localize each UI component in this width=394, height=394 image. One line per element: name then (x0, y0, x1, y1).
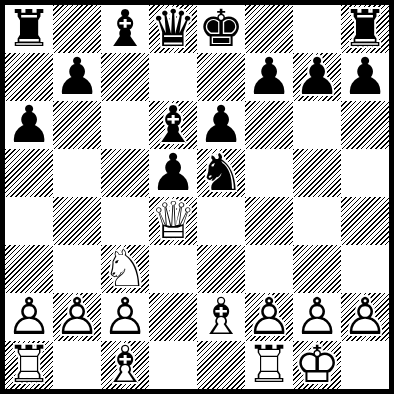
square-f1[interactable]: ♜♖ (245, 341, 293, 389)
black-pawn-icon[interactable]: ♟♟ (341, 53, 389, 101)
square-b2[interactable]: ♟♙ (53, 293, 101, 341)
piece-glyph-layer: ♟ (341, 53, 389, 101)
white-bishop-icon[interactable]: ♝♗ (101, 341, 149, 389)
black-pawn-icon[interactable]: ♟♟ (5, 101, 53, 149)
square-e3[interactable] (197, 245, 245, 293)
piece-glyph-layer: ♙ (293, 293, 341, 341)
piece-glyph-layer: ♙ (245, 293, 293, 341)
piece-glyph-layer: ♜ (341, 5, 389, 53)
white-pawn-icon[interactable]: ♟♙ (341, 293, 389, 341)
square-c4[interactable] (101, 197, 149, 245)
piece-glyph-layer: ♟ (149, 149, 197, 197)
square-f8[interactable] (245, 5, 293, 53)
piece-glyph-layer: ♜ (5, 5, 53, 53)
black-knight-icon[interactable]: ♞♞ (197, 149, 245, 197)
square-e8[interactable]: ♚♚ (197, 5, 245, 53)
square-e4[interactable] (197, 197, 245, 245)
black-pawn-icon[interactable]: ♟♟ (53, 53, 101, 101)
piece-glyph-layer: ♖ (5, 341, 53, 389)
square-h7[interactable]: ♟♟ (341, 53, 389, 101)
piece-glyph-layer: ♚ (197, 5, 245, 53)
square-d4[interactable]: ♛♕ (149, 197, 197, 245)
piece-glyph-layer: ♔ (293, 341, 341, 389)
piece-glyph-layer: ♝ (101, 5, 149, 53)
black-king-icon[interactable]: ♚♚ (197, 5, 245, 53)
piece-glyph-layer: ♗ (197, 293, 245, 341)
square-f5[interactable] (245, 149, 293, 197)
square-c8[interactable]: ♝♝ (101, 5, 149, 53)
square-g8[interactable] (293, 5, 341, 53)
square-b6[interactable] (53, 101, 101, 149)
square-c6[interactable] (101, 101, 149, 149)
square-f6[interactable] (245, 101, 293, 149)
square-b3[interactable] (53, 245, 101, 293)
white-knight-icon[interactable]: ♞♘ (101, 245, 149, 293)
square-a1[interactable]: ♜♖ (5, 341, 53, 389)
square-e2[interactable]: ♝♗ (197, 293, 245, 341)
white-pawn-icon[interactable]: ♟♙ (293, 293, 341, 341)
piece-glyph-layer: ♟ (53, 53, 101, 101)
square-d8[interactable]: ♛♛ (149, 5, 197, 53)
square-g7[interactable]: ♟♟ (293, 53, 341, 101)
white-bishop-icon[interactable]: ♝♗ (197, 293, 245, 341)
white-rook-icon[interactable]: ♜♖ (5, 341, 53, 389)
square-h8[interactable]: ♜♜ (341, 5, 389, 53)
chess-board-frame: ♜♜♝♝♛♛♚♚♜♜♟♟♟♟♟♟♟♟♟♟♝♝♟♟♟♟♞♞♛♕♞♘♟♙♟♙♟♙♝♗… (0, 0, 394, 394)
white-queen-icon[interactable]: ♛♕ (149, 197, 197, 245)
piece-glyph-layer: ♙ (5, 293, 53, 341)
square-e5[interactable]: ♞♞ (197, 149, 245, 197)
square-h3[interactable] (341, 245, 389, 293)
square-d7[interactable] (149, 53, 197, 101)
square-a2[interactable]: ♟♙ (5, 293, 53, 341)
piece-glyph-layer: ♟ (197, 101, 245, 149)
square-c7[interactable] (101, 53, 149, 101)
black-pawn-icon[interactable]: ♟♟ (197, 101, 245, 149)
square-a3[interactable] (5, 245, 53, 293)
piece-glyph-layer: ♟ (293, 53, 341, 101)
square-g1[interactable]: ♚♔ (293, 341, 341, 389)
square-b5[interactable] (53, 149, 101, 197)
square-h1[interactable] (341, 341, 389, 389)
black-queen-icon[interactable]: ♛♛ (149, 5, 197, 53)
black-rook-icon[interactable]: ♜♜ (5, 5, 53, 53)
piece-glyph-layer: ♙ (341, 293, 389, 341)
square-b4[interactable] (53, 197, 101, 245)
chess-board: ♜♜♝♝♛♛♚♚♜♜♟♟♟♟♟♟♟♟♟♟♝♝♟♟♟♟♞♞♛♕♞♘♟♙♟♙♟♙♝♗… (5, 5, 389, 389)
square-d3[interactable] (149, 245, 197, 293)
piece-glyph-layer: ♘ (101, 245, 149, 293)
piece-glyph-layer: ♙ (53, 293, 101, 341)
piece-glyph-layer: ♕ (149, 197, 197, 245)
black-pawn-icon[interactable]: ♟♟ (245, 53, 293, 101)
piece-glyph-layer: ♗ (101, 341, 149, 389)
piece-glyph-layer: ♟ (5, 101, 53, 149)
square-d5[interactable]: ♟♟ (149, 149, 197, 197)
white-pawn-icon[interactable]: ♟♙ (101, 293, 149, 341)
square-a7[interactable] (5, 53, 53, 101)
square-a6[interactable]: ♟♟ (5, 101, 53, 149)
square-f4[interactable] (245, 197, 293, 245)
square-b8[interactable] (53, 5, 101, 53)
square-f7[interactable]: ♟♟ (245, 53, 293, 101)
black-rook-icon[interactable]: ♜♜ (341, 5, 389, 53)
square-a4[interactable] (5, 197, 53, 245)
white-pawn-icon[interactable]: ♟♙ (5, 293, 53, 341)
piece-glyph-layer: ♝ (149, 101, 197, 149)
square-h5[interactable] (341, 149, 389, 197)
square-g3[interactable] (293, 245, 341, 293)
black-pawn-icon[interactable]: ♟♟ (149, 149, 197, 197)
square-d1[interactable] (149, 341, 197, 389)
square-d2[interactable] (149, 293, 197, 341)
square-a8[interactable]: ♜♜ (5, 5, 53, 53)
piece-glyph-layer: ♟ (245, 53, 293, 101)
piece-glyph-layer: ♖ (245, 341, 293, 389)
square-g4[interactable] (293, 197, 341, 245)
square-a5[interactable] (5, 149, 53, 197)
white-pawn-icon[interactable]: ♟♙ (53, 293, 101, 341)
square-h6[interactable] (341, 101, 389, 149)
black-bishop-icon[interactable]: ♝♝ (101, 5, 149, 53)
square-h2[interactable]: ♟♙ (341, 293, 389, 341)
piece-glyph-layer: ♞ (197, 149, 245, 197)
white-rook-icon[interactable]: ♜♖ (245, 341, 293, 389)
square-c2[interactable]: ♟♙ (101, 293, 149, 341)
black-bishop-icon[interactable]: ♝♝ (149, 101, 197, 149)
square-c3[interactable]: ♞♘ (101, 245, 149, 293)
piece-glyph-layer: ♛ (149, 5, 197, 53)
black-pawn-icon[interactable]: ♟♟ (293, 53, 341, 101)
square-b7[interactable]: ♟♟ (53, 53, 101, 101)
square-g5[interactable] (293, 149, 341, 197)
square-f3[interactable] (245, 245, 293, 293)
square-c1[interactable]: ♝♗ (101, 341, 149, 389)
square-b1[interactable] (53, 341, 101, 389)
square-g2[interactable]: ♟♙ (293, 293, 341, 341)
square-d6[interactable]: ♝♝ (149, 101, 197, 149)
square-e6[interactable]: ♟♟ (197, 101, 245, 149)
square-e7[interactable] (197, 53, 245, 101)
square-c5[interactable] (101, 149, 149, 197)
square-f2[interactable]: ♟♙ (245, 293, 293, 341)
square-h4[interactable] (341, 197, 389, 245)
square-e1[interactable] (197, 341, 245, 389)
square-g6[interactable] (293, 101, 341, 149)
white-king-icon[interactable]: ♚♔ (293, 341, 341, 389)
piece-glyph-layer: ♙ (101, 293, 149, 341)
white-pawn-icon[interactable]: ♟♙ (245, 293, 293, 341)
